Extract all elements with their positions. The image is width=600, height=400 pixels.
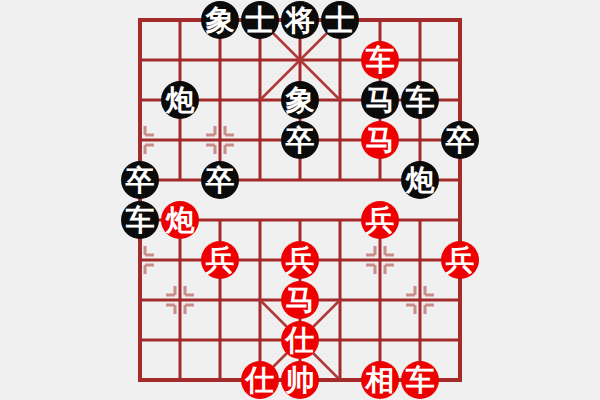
piece-red-chariot[interactable]: 车 xyxy=(401,361,439,399)
piece-red-horse[interactable]: 马 xyxy=(281,281,319,319)
piece-black-general[interactable]: 将 xyxy=(281,1,319,39)
piece-red-soldier[interactable]: 兵 xyxy=(201,241,239,279)
piece-black-horse[interactable]: 马 xyxy=(361,81,399,119)
piece-red-advisor[interactable]: 仕 xyxy=(241,361,279,399)
piece-black-cannon[interactable]: 炮 xyxy=(401,161,439,199)
piece-red-soldier[interactable]: 兵 xyxy=(441,241,479,279)
piece-black-advisor[interactable]: 士 xyxy=(321,1,359,39)
piece-black-chariot[interactable]: 车 xyxy=(121,201,159,239)
piece-red-chariot[interactable]: 车 xyxy=(361,41,399,79)
piece-red-general[interactable]: 帅 xyxy=(281,361,319,399)
piece-red-horse[interactable]: 马 xyxy=(361,121,399,159)
piece-black-chariot[interactable]: 车 xyxy=(401,81,439,119)
piece-black-soldier[interactable]: 卒 xyxy=(281,121,319,159)
piece-black-soldier[interactable]: 卒 xyxy=(441,121,479,159)
piece-red-cannon[interactable]: 炮 xyxy=(161,201,199,239)
xiangqi-board: 象士将士车炮象马车卒马卒卒卒炮车炮兵兵兵兵马仕仕帅相车 xyxy=(0,0,600,400)
piece-black-advisor[interactable]: 士 xyxy=(241,1,279,39)
piece-red-advisor[interactable]: 仕 xyxy=(281,321,319,359)
piece-black-soldier[interactable]: 卒 xyxy=(201,161,239,199)
piece-black-elephant[interactable]: 象 xyxy=(281,81,319,119)
piece-black-cannon[interactable]: 炮 xyxy=(161,81,199,119)
piece-black-soldier[interactable]: 卒 xyxy=(121,161,159,199)
piece-red-soldier[interactable]: 兵 xyxy=(361,201,399,239)
piece-red-soldier[interactable]: 兵 xyxy=(281,241,319,279)
piece-black-elephant[interactable]: 象 xyxy=(201,1,239,39)
piece-red-elephant[interactable]: 相 xyxy=(361,361,399,399)
